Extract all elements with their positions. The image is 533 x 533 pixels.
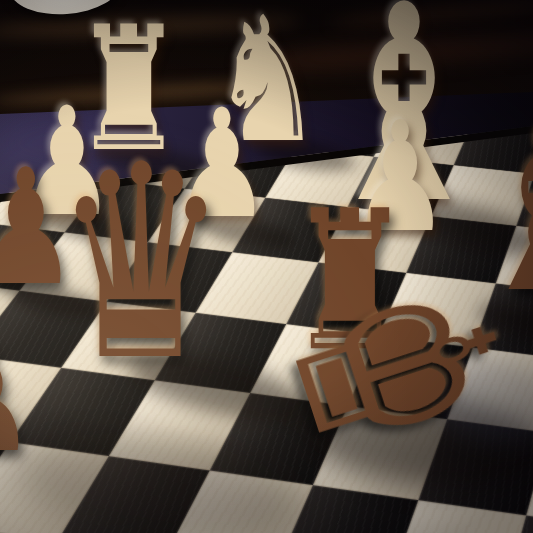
black-queen[interactable]: ♛ xyxy=(55,129,228,397)
chess-photo-scene: ♜♞♝♟♟♟♟♛♜♚♝♟ xyxy=(0,0,533,533)
black-bishop[interactable]: ♝ xyxy=(473,96,533,324)
black-pawn-2[interactable]: ♟ xyxy=(0,323,34,473)
